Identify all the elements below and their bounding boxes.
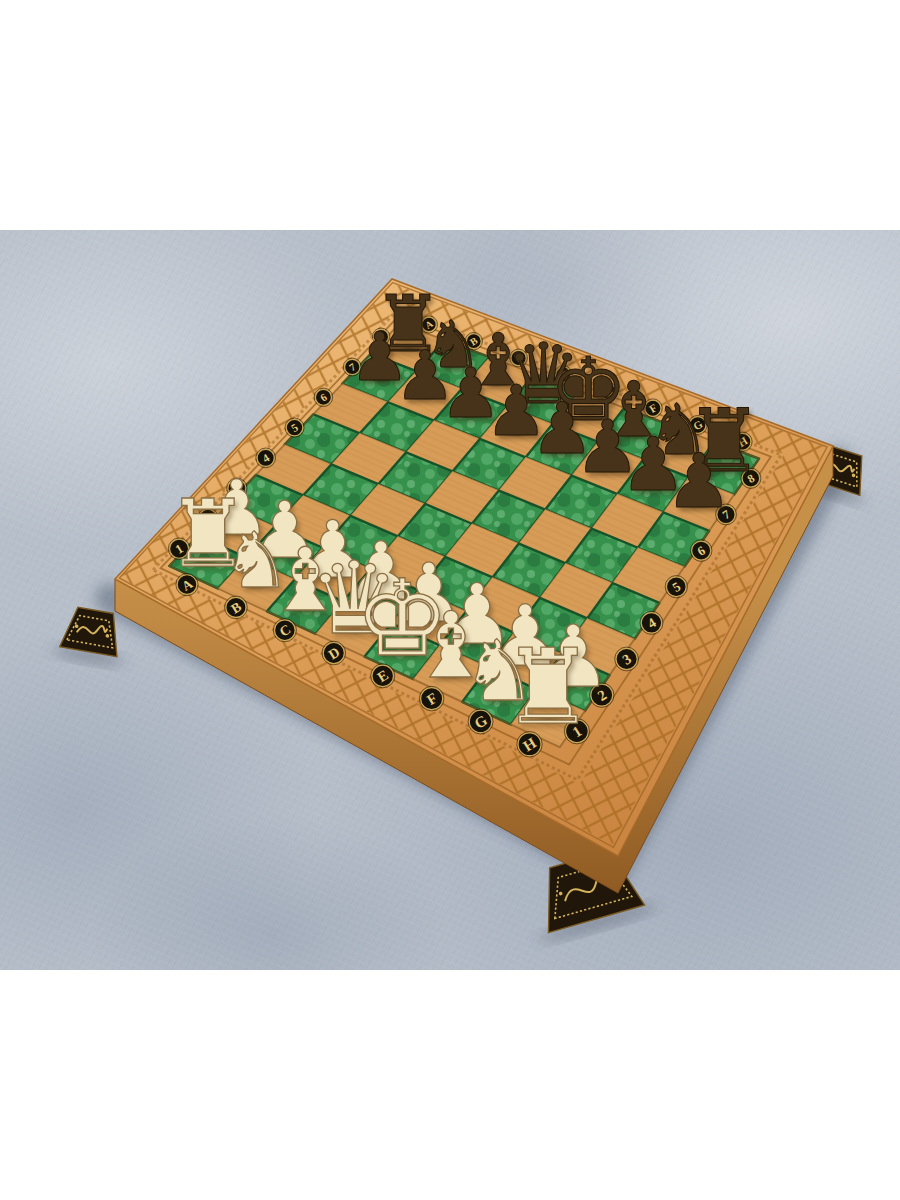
file-label-B-far: B: [465, 332, 482, 349]
chess-board: A A B B C C D D E E F F G G H H: [0, 0, 900, 1200]
file-label-D-far: D: [554, 366, 572, 384]
product-photo-scene: A A B B C C D D E E F F G G H H: [0, 0, 900, 1200]
rank-label-8-left: 8: [372, 328, 389, 345]
file-label-E-far: E: [599, 382, 617, 400]
rank-label-7-left: 7: [343, 358, 361, 376]
file-label-F-far: F: [644, 399, 663, 418]
rank-label-4-left: 4: [256, 448, 276, 468]
file-label-A-near: A: [176, 573, 198, 595]
file-label-G-far: G: [688, 415, 707, 434]
file-label-C-near: C: [273, 619, 296, 642]
file-label-H-far: H: [733, 432, 752, 451]
rank-label-1-left: 1: [168, 538, 190, 560]
file-label-B-near: B: [225, 596, 248, 619]
file-label-F-near: F: [419, 686, 444, 711]
file-label-C-far: C: [510, 349, 528, 367]
rank-label-3-left: 3: [227, 478, 247, 498]
rank-label-2-left: 2: [197, 508, 218, 529]
file-label-H-near: H: [517, 732, 542, 757]
file-label-E-near: E: [371, 664, 395, 688]
rank-label-4-right: 4: [640, 611, 663, 634]
rank-label-6-right: 6: [690, 540, 712, 562]
rank-label-2-right: 2: [590, 683, 615, 708]
rank-label-5-left: 5: [285, 418, 304, 437]
file-label-G-near: G: [468, 709, 493, 734]
file-label-D-near: D: [322, 641, 346, 665]
rank-label-8-right: 8: [741, 468, 761, 488]
rank-label-7-right: 7: [716, 504, 737, 525]
file-label-A-far: A: [420, 316, 437, 333]
rank-label-6-left: 6: [314, 388, 333, 407]
rank-label-1-right: 1: [564, 719, 589, 744]
rank-label-3-right: 3: [615, 647, 639, 671]
rank-label-5-right: 5: [665, 576, 687, 598]
